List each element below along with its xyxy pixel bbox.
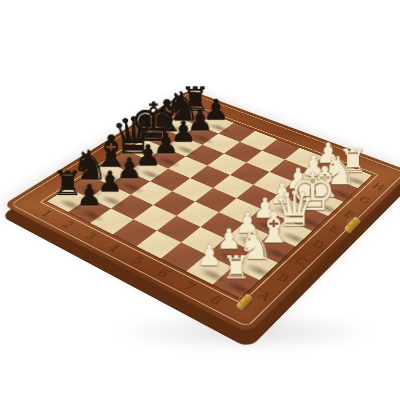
product-photo: 12345678 HGFEDCBA ♜♞♝♛♚♝♞♜♟♟♟♟♟♟♟♟♟♟♟♟♟♟… (0, 0, 400, 400)
piece-white-rook-a1: ♜ (216, 251, 255, 282)
piece-black-pawn-a7: ♟ (72, 181, 107, 210)
chess-board: 12345678 HGFEDCBA ♜♞♝♛♚♝♞♜♟♟♟♟♟♟♟♟♟♟♟♟♟♟… (3, 90, 400, 334)
